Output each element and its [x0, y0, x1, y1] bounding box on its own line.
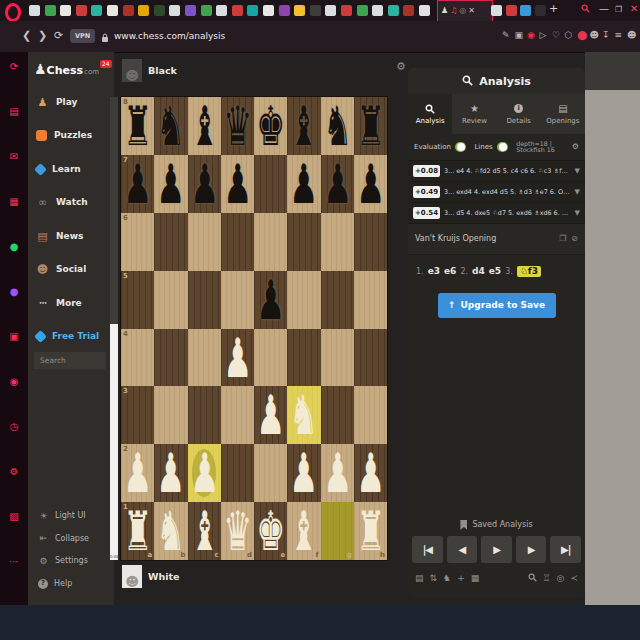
square-g7[interactable]: ♟	[321, 155, 354, 213]
more-icon: •••	[36, 300, 49, 306]
sidebar-item-watch[interactable]: ∞Watch	[36, 193, 88, 213]
square-e1[interactable]: e♚	[254, 502, 287, 560]
white-bishop[interactable]: ♝	[188, 485, 220, 578]
puzzle-icon	[36, 130, 47, 141]
upgrade-label: Upgrade to Save	[461, 301, 546, 310]
panel-toolbar-right: ♖◎≺	[528, 573, 578, 584]
square-f7[interactable]: ♟	[287, 155, 320, 213]
apps-icon[interactable]: ▦	[7, 197, 21, 207]
square-b1[interactable]: b♞	[154, 502, 187, 560]
logo-pawn-icon: ♟	[34, 62, 47, 76]
black-pawn[interactable]: ♟	[321, 138, 353, 231]
line-eval-badge: +0.49	[413, 186, 440, 198]
gallery-icon[interactable]: ▧	[7, 512, 21, 522]
forward-icon[interactable]: ❯	[38, 30, 47, 41]
tab-favicon[interactable]	[60, 5, 71, 16]
square-b7[interactable]: ♟	[154, 155, 187, 213]
pawn-icon: ♟	[36, 97, 49, 108]
explorer-icon[interactable]: ♖	[543, 574, 551, 583]
tab-label: Openings	[546, 118, 579, 125]
rank-label: 6	[123, 215, 128, 222]
previous-move-button[interactable]: ◀	[447, 536, 478, 563]
white-bishop[interactable]: ♝	[288, 485, 320, 578]
file-label: c	[215, 552, 219, 559]
messages-icon[interactable]: ✉	[7, 152, 21, 162]
tab-favicon[interactable]	[107, 5, 118, 16]
panel-title: Analysis	[479, 76, 531, 87]
back-icon[interactable]: ❮	[22, 30, 31, 41]
zoom-icon[interactable]	[528, 573, 537, 584]
square-e5[interactable]: ♟	[254, 271, 287, 329]
download-icon[interactable]: ↧	[602, 31, 610, 40]
settings-strip-icon[interactable]: ⚙	[7, 467, 21, 477]
square-g4[interactable]	[321, 329, 354, 387]
move-number: 3.	[505, 268, 513, 276]
white-knight[interactable]: ♞	[155, 485, 187, 578]
go-to-start-button[interactable]: |◀	[412, 536, 443, 563]
white-pawn[interactable]: ♟	[255, 369, 287, 462]
chesscom-sidebar: ♟ Chess com 24 Search ♟PlayPuzzlesLearn∞…	[28, 52, 114, 605]
sound-icon[interactable]: ♫	[450, 7, 457, 15]
tab-details[interactable]: iDetails	[497, 94, 541, 134]
move-list[interactable]: 1.e3e62.d4e53.♘f3	[408, 255, 585, 283]
sidebar-item-play[interactable]: ♟Play	[36, 92, 77, 112]
evaluation-toggle[interactable]	[455, 142, 466, 152]
reload-icon[interactable]: ⟳	[54, 30, 63, 41]
tab-favicon[interactable]	[45, 5, 56, 16]
play-button[interactable]: ▶	[481, 536, 512, 563]
player-icon[interactable]: ◉	[7, 377, 21, 387]
copy-icon[interactable]: ❐	[559, 235, 566, 243]
engine-settings-gear-icon[interactable]: ⚙	[572, 143, 579, 151]
sidebar-item-puzzles[interactable]: Puzzles	[36, 126, 92, 146]
social-icon: ☻	[36, 264, 49, 275]
square-h5[interactable]	[354, 271, 387, 329]
panel-controls: Evaluation Lines depth=18 | Stockfish 16…	[408, 134, 585, 160]
square-a5[interactable]: 5	[121, 271, 154, 329]
clock-icon[interactable]: ◷	[7, 422, 21, 432]
tab-favicon[interactable]	[310, 5, 321, 16]
tab-label: Details	[506, 118, 530, 125]
chevron-down-icon[interactable]: ▼	[575, 168, 580, 175]
report-chart-icon[interactable]: ▤	[415, 574, 424, 583]
rank-label: 4	[123, 331, 128, 338]
browser-tab-strip: ♟♫◎✕ + — ❐ ✕	[0, 0, 640, 22]
tab-analysis[interactable]: Analysis	[408, 94, 452, 134]
diamond-icon	[34, 330, 47, 343]
tab-label: Review	[462, 118, 487, 125]
tab-favicon[interactable]	[419, 5, 430, 16]
square-b5[interactable]	[154, 271, 187, 329]
square-c7[interactable]: ♟	[188, 155, 221, 213]
square-b4[interactable]	[154, 329, 187, 387]
setup-board-icon[interactable]: ▦	[471, 574, 480, 583]
book-icon: ▤	[558, 103, 567, 114]
move-number: 1.	[416, 268, 424, 276]
tab-search-icon[interactable]	[581, 4, 590, 15]
square-d7[interactable]: ♟	[221, 155, 254, 213]
heart-icon[interactable]: ♡	[552, 31, 560, 40]
tab-favicon[interactable]	[279, 5, 290, 16]
sidebar-item-label: Free Trial	[52, 332, 99, 341]
square-h1[interactable]: h♜	[354, 502, 387, 560]
profile-icon[interactable]: ☻	[590, 31, 599, 40]
file-label: h	[380, 552, 385, 559]
white-pawn[interactable]: ♟	[321, 427, 353, 520]
sidebar-footer-help[interactable]: ?Help	[38, 576, 72, 592]
history-icon[interactable]: ⟳	[7, 62, 21, 72]
evaluation-toggle-label: Evaluation	[414, 144, 451, 151]
sidebar-footer-light-ui[interactable]: ☀Light UI	[38, 508, 86, 524]
evaluation-value: 0.08	[110, 555, 118, 559]
sidebar-search-input[interactable]: Search	[34, 352, 106, 369]
tab-favicon[interactable]	[341, 5, 352, 16]
black-pawn[interactable]: ♟	[188, 138, 220, 231]
square-g5[interactable]	[321, 271, 354, 329]
panel-toolbar: ▤⇅♞+▦♖◎≺	[415, 573, 578, 584]
move[interactable]: e5	[489, 267, 501, 276]
tab-favicon[interactable]	[520, 5, 531, 16]
tab-favicon[interactable]	[535, 5, 546, 16]
learn-icon	[34, 163, 47, 176]
square-a1[interactable]: 1a♜	[121, 502, 154, 560]
vpn-blob-icon[interactable]: ⬤	[577, 31, 587, 40]
notification-badge: 24	[100, 60, 112, 68]
upgrade-to-save-button[interactable]: ↑ Upgrade to Save	[438, 293, 556, 318]
square-c5[interactable]	[188, 271, 221, 329]
chess-board[interactable]: 8♜♞♝♛♚♝♞♜7♟♟♟♟♟♟♟65♟4♟3♟♞2♟♟♟♟♟♟1a♜b♞c♝d…	[121, 97, 387, 560]
tab-favicon[interactable]	[388, 5, 399, 16]
no-annotations-icon[interactable]: ⊘	[571, 235, 578, 243]
light-ui-icon: ☀	[38, 512, 49, 521]
star-icon: ★	[470, 103, 479, 114]
screen: ♟♫◎✕ + — ❐ ✕ ❮ ❯ ⟳ VPN www.chess.com/ana…	[0, 0, 640, 640]
whatsapp-icon[interactable]: ●	[7, 242, 21, 252]
rank-label: 8	[123, 99, 128, 106]
black-pawn[interactable]: ♟	[155, 138, 187, 231]
desktop-strip	[585, 52, 640, 605]
file-label: e	[281, 552, 286, 559]
engine-line[interactable]: +0.493... exd4 4. exd4 d5 5. ♗d3 ♗e7 6. …	[408, 181, 585, 202]
collapse-icon: ⇤	[38, 534, 49, 543]
upload-arrow-icon: ↑	[448, 301, 456, 310]
new-tab-button[interactable]: +	[549, 3, 558, 14]
opening-row[interactable]: Van't Kruijs Opening ❐ ⊘	[408, 223, 585, 255]
sidebar-item-label: News	[56, 232, 83, 241]
close-button[interactable]: ✕	[630, 4, 638, 14]
tab-favicon[interactable]	[263, 5, 274, 16]
sidebar-item-label: Puzzles	[54, 131, 92, 140]
workspace-icon[interactable]: ▤	[7, 107, 21, 117]
play-icon[interactable]: ▷	[540, 31, 547, 40]
tab-favicon[interactable]	[491, 5, 502, 16]
black-pawn[interactable]: ♟	[355, 138, 387, 231]
minimize-button[interactable]: —	[599, 4, 609, 14]
rank-label: 2	[123, 446, 128, 453]
tab-favicon[interactable]	[247, 5, 258, 16]
saved-analysis[interactable]: Saved Analysis	[408, 520, 585, 530]
sidebar-item-news[interactable]: ▤News	[36, 226, 83, 246]
opera-logo-icon[interactable]	[5, 3, 21, 22]
tab-favicon[interactable]	[123, 5, 134, 16]
tab-openings[interactable]: ▤Openings	[541, 94, 585, 134]
sidebar-item-learn[interactable]: Learn	[36, 159, 81, 179]
browser-side-strip: ⟳▤✉▦●●▣◉◷⚙▧⋯	[0, 52, 28, 605]
file-label: d	[247, 552, 252, 559]
square-e3[interactable]: ♟	[254, 386, 287, 444]
engine-line[interactable]: +0.543... d5 4. dxe5 ♘d7 5. exd6 ♗xd6 6.…	[408, 202, 585, 223]
sidebar-footer-label: Collapse	[55, 535, 89, 543]
move-navigation: |◀◀▶▶▶|	[412, 536, 581, 563]
camera-icon[interactable]: ▣	[515, 31, 524, 40]
line-eval-badge: +0.08	[413, 165, 440, 177]
black-king[interactable]: ♚	[255, 80, 287, 173]
white-queen[interactable]: ♛	[222, 485, 254, 578]
tab-favicon[interactable]	[357, 5, 368, 16]
mute-icon[interactable]: ◎	[459, 7, 466, 15]
engine-line[interactable]: +0.083... e4 4. ♘fd2 d5 5. c4 c6 6. ♘c3 …	[408, 160, 585, 181]
active-tab[interactable]: ♟♫◎✕	[437, 0, 493, 21]
square-e8[interactable]: ♚	[254, 97, 287, 155]
move[interactable]: e3	[428, 267, 440, 276]
close-tab-icon[interactable]: ✕	[468, 7, 475, 15]
sidebar-item-free-trial[interactable]: Free Trial	[36, 327, 99, 347]
bookmark-icon	[460, 520, 467, 530]
sidebar-footer-label: Settings	[55, 557, 88, 565]
next-move-button[interactable]: ▶	[516, 536, 547, 563]
white-pawn[interactable]: ♟	[222, 311, 254, 404]
chevron-down-icon[interactable]: ▼	[575, 189, 580, 196]
instagram-icon[interactable]: ▣	[7, 332, 21, 342]
square-f5[interactable]	[287, 271, 320, 329]
settings-icon: ⚙	[38, 557, 49, 566]
chesscom-logo[interactable]: ♟ Chess com 24	[34, 60, 112, 76]
tab-favicon[interactable]	[138, 5, 149, 16]
menu-icon[interactable]: ≡	[615, 31, 623, 40]
record-icon[interactable]: ◉	[527, 31, 535, 40]
square-g2[interactable]: ♟	[321, 444, 354, 502]
square-h7[interactable]: ♟	[354, 155, 387, 213]
edit-icon[interactable]: ✎	[502, 31, 510, 40]
black-pawn[interactable]: ♟	[222, 138, 254, 231]
more-strip-icon[interactable]: ⋯	[7, 557, 21, 567]
messenger-icon[interactable]: ●	[7, 287, 21, 297]
sidebar-item-label: Learn	[52, 165, 81, 174]
black-pawn[interactable]: ♟	[255, 253, 287, 346]
panel-tabs: Analysis★ReviewiDetails▤Openings	[408, 94, 585, 134]
account-icon[interactable]: ☻	[627, 31, 636, 40]
move[interactable]: d4	[472, 267, 485, 276]
square-c4[interactable]	[188, 329, 221, 387]
square-d1[interactable]: d♛	[221, 502, 254, 560]
tab-favicon[interactable]	[29, 5, 40, 16]
white-rook[interactable]: ♜	[355, 485, 387, 578]
square-f1[interactable]: f♝	[287, 502, 320, 560]
tab-favicon[interactable]	[185, 5, 196, 16]
line-moves: 3... exd4 4. exd4 d5 5. ♗d3 ♗e7 6. O-O ♘…	[444, 189, 571, 195]
line-eval-badge: +0.54	[413, 207, 440, 219]
engine-settings-icon[interactable]: ◎	[557, 574, 565, 583]
tab-favicon[interactable]	[76, 5, 87, 16]
url-text[interactable]: www.chess.com/analysis	[114, 32, 225, 41]
line-moves: 3... d5 4. dxe5 ♘d7 5. exd6 ♗xd6 6. ♘c3 …	[444, 210, 571, 216]
move-current[interactable]: ♘f3	[517, 266, 541, 277]
logo-text: Chess	[47, 65, 83, 76]
tab-favicon[interactable]	[154, 5, 165, 16]
tab-favicon[interactable]	[232, 5, 243, 16]
square-h4[interactable]	[354, 329, 387, 387]
file-label: a	[148, 552, 153, 559]
rank-label: 1	[123, 504, 128, 511]
tab-favicon[interactable]	[201, 5, 212, 16]
share-icon[interactable]: ≺	[570, 574, 578, 583]
sidebar-item-label: More	[56, 299, 82, 308]
tab-favicon[interactable]	[506, 5, 517, 16]
file-label: g	[347, 552, 352, 559]
square-c1[interactable]: c♝	[188, 502, 221, 560]
square-d4[interactable]: ♟	[221, 329, 254, 387]
tab-favicon[interactable]	[91, 5, 102, 16]
sidebar-footer-label: Light UI	[55, 512, 86, 520]
board-settings-gear-icon[interactable]: ⚙	[396, 61, 406, 72]
move[interactable]: e6	[444, 267, 456, 276]
lines-toggle-label: Lines	[474, 144, 492, 151]
analysis-panel: Analysis Analysis★ReviewiDetails▤Opening…	[408, 68, 585, 598]
move-number: 2.	[460, 268, 468, 276]
pin-icon[interactable]: ⬡	[565, 31, 573, 40]
restore-button[interactable]: ❐	[615, 6, 622, 14]
sidebar-footer-settings[interactable]: ⚙Settings	[38, 553, 88, 569]
logo-suffix: com	[84, 69, 99, 76]
tab-label: Analysis	[416, 118, 445, 125]
flip-board-icon[interactable]: ⇅	[430, 574, 438, 583]
white-rook[interactable]: ♜	[122, 485, 154, 578]
tab-favicon[interactable]	[294, 5, 305, 16]
vpn-badge[interactable]: VPN	[70, 29, 95, 43]
tab-favicon[interactable]	[169, 5, 180, 16]
opening-icons: ❐ ⊘	[559, 235, 578, 243]
saved-analysis-label: Saved Analysis	[472, 521, 532, 529]
info-icon: i	[514, 103, 523, 114]
rank-label: 5	[123, 273, 128, 280]
news-icon: ▤	[36, 231, 49, 242]
sidebar-item-label: Watch	[56, 198, 88, 207]
file-label: f	[315, 552, 318, 559]
tab-favicon[interactable]	[403, 5, 414, 16]
tab-favicon[interactable]	[325, 5, 336, 16]
square-a7[interactable]: 7♟	[121, 155, 154, 213]
go-to-end-button[interactable]: ▶|	[550, 536, 581, 563]
white-king[interactable]: ♚	[255, 485, 287, 578]
black-avatar[interactable]: ☻	[122, 59, 142, 82]
file-label: b	[180, 552, 185, 559]
black-pawn[interactable]: ♟	[288, 138, 320, 231]
add-move-icon[interactable]: +	[457, 574, 465, 583]
practice-pieces-icon[interactable]: ♞	[443, 574, 451, 583]
line-moves: 3... e4 4. ♘fd2 d5 5. c4 c6 6. ♘c3 ♗f6 7…	[444, 168, 571, 174]
magnifier-icon	[425, 103, 435, 114]
lock-icon	[101, 30, 109, 46]
tab-favicon[interactable]	[372, 5, 383, 16]
sidebar-item-label: Play	[56, 98, 77, 107]
binoculars-icon: ∞	[36, 197, 49, 208]
evaluation-bar: 0.08	[110, 97, 118, 560]
sidebar-footer-collapse[interactable]: ⇤Collapse	[38, 531, 89, 547]
square-a4[interactable]: 4	[121, 329, 154, 387]
taskbar: Type here to search ▦ 82°F Sunny ∧ ◁) FR…	[0, 605, 640, 640]
evaluation-bar-black	[110, 97, 118, 324]
chess-piece-icon[interactable]: ♟	[441, 7, 448, 15]
engine-lines: +0.083... e4 4. ♘fd2 d5 5. c4 c6 6. ♘c3 …	[408, 160, 585, 223]
sidebar-item-more[interactable]: •••More	[36, 293, 82, 313]
black-player-name: Black	[148, 66, 177, 76]
opening-name: Van't Kruijs Opening	[415, 235, 496, 243]
address-bar: ❮ ❯ ⟳ VPN www.chess.com/analysis ✎▣◉▷♡⬡⬤…	[0, 21, 640, 53]
panel-header: Analysis	[408, 68, 585, 94]
rank-label: 3	[123, 388, 128, 395]
chevron-down-icon[interactable]: ▼	[575, 210, 580, 217]
help-icon: ?	[38, 579, 48, 589]
engine-depth-label: depth=18 | Stockfish 16	[516, 141, 568, 154]
sidebar-item-social[interactable]: ☻Social	[36, 260, 86, 280]
tab-review[interactable]: ★Review	[452, 94, 496, 134]
magnifier-icon	[462, 75, 473, 88]
sidebar-footer-label: Help	[54, 580, 72, 588]
rank-label: 7	[123, 157, 128, 164]
lines-toggle[interactable]	[497, 142, 508, 152]
tab-favicon[interactable]	[216, 5, 227, 16]
sidebar-item-label: Social	[56, 265, 86, 274]
